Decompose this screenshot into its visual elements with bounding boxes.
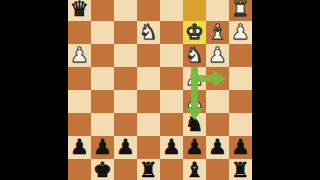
square-h5[interactable] (68, 90, 91, 113)
square-c6[interactable]: ♞ (183, 113, 206, 136)
piece-white-knight[interactable]: ♞ (185, 44, 204, 67)
square-f6[interactable] (114, 113, 137, 136)
square-d4[interactable] (160, 67, 183, 90)
square-a7[interactable]: ♟ (229, 136, 252, 159)
square-b4[interactable] (206, 67, 229, 90)
piece-black-king[interactable]: ♚ (93, 159, 112, 180)
square-c4[interactable]: ♟ (183, 67, 206, 90)
square-a2[interactable]: ♟ (229, 21, 252, 44)
square-e4[interactable] (137, 67, 160, 90)
square-h4[interactable] (68, 67, 91, 90)
square-g6[interactable] (91, 113, 114, 136)
piece-white-pawn[interactable]: ♟ (185, 90, 204, 113)
square-c1[interactable] (183, 0, 206, 21)
piece-black-pawn[interactable]: ♟ (208, 136, 227, 159)
square-g7[interactable]: ♟ (91, 136, 114, 159)
square-b3[interactable]: ♟ (206, 44, 229, 67)
square-b7[interactable]: ♟ (206, 136, 229, 159)
piece-white-king[interactable]: ♚ (185, 21, 204, 44)
piece-white-pawn[interactable]: ♟ (208, 44, 227, 67)
square-d8[interactable] (160, 159, 183, 180)
square-h7[interactable]: ♟ (68, 136, 91, 159)
square-h2[interactable] (68, 21, 91, 44)
square-c2[interactable]: ♚ (183, 21, 206, 44)
square-b5[interactable] (206, 90, 229, 113)
square-g8[interactable]: ♚ (91, 159, 114, 180)
square-h1[interactable]: ♛ (68, 0, 91, 21)
square-b2[interactable]: ♝ (206, 21, 229, 44)
square-f3[interactable] (114, 44, 137, 67)
square-e7[interactable] (137, 136, 160, 159)
video-frame: ♛♜♞♚♝♟♟♞♟♟♟♞♟♟♟♟♟♟♟♚♜♝♜ (0, 0, 320, 180)
piece-black-pawn[interactable]: ♟ (70, 136, 89, 159)
square-c8[interactable]: ♝ (183, 159, 206, 180)
square-g3[interactable] (91, 44, 114, 67)
square-c7[interactable]: ♟ (183, 136, 206, 159)
square-a5[interactable] (229, 90, 252, 113)
square-f4[interactable] (114, 67, 137, 90)
piece-black-bishop[interactable]: ♝ (185, 159, 204, 180)
chess-board: ♛♜♞♚♝♟♟♞♟♟♟♞♟♟♟♟♟♟♟♚♜♝♜ (68, 0, 252, 180)
piece-black-pawn[interactable]: ♟ (231, 136, 250, 159)
piece-white-rook[interactable]: ♜ (231, 0, 250, 21)
square-d6[interactable] (160, 113, 183, 136)
square-f1[interactable] (114, 0, 137, 21)
square-a4[interactable] (229, 67, 252, 90)
square-g4[interactable] (91, 67, 114, 90)
square-e1[interactable] (137, 0, 160, 21)
square-f2[interactable] (114, 21, 137, 44)
piece-black-knight[interactable]: ♞ (185, 113, 204, 136)
square-e6[interactable] (137, 113, 160, 136)
square-a8[interactable]: ♜ (229, 159, 252, 180)
square-g5[interactable] (91, 90, 114, 113)
piece-white-pawn[interactable]: ♟ (185, 67, 204, 90)
piece-black-pawn[interactable]: ♟ (93, 136, 112, 159)
square-d2[interactable] (160, 21, 183, 44)
piece-black-rook[interactable]: ♜ (231, 159, 250, 180)
square-d3[interactable] (160, 44, 183, 67)
piece-white-bishop[interactable]: ♝ (208, 21, 227, 44)
piece-white-pawn[interactable]: ♟ (70, 44, 89, 67)
piece-white-pawn[interactable]: ♟ (231, 21, 250, 44)
square-d7[interactable]: ♟ (160, 136, 183, 159)
square-a3[interactable] (229, 44, 252, 67)
piece-black-queen[interactable]: ♛ (70, 0, 89, 21)
piece-black-pawn[interactable]: ♟ (185, 136, 204, 159)
square-f5[interactable] (114, 90, 137, 113)
square-c3[interactable]: ♞ (183, 44, 206, 67)
piece-white-knight[interactable]: ♞ (139, 21, 158, 44)
piece-black-pawn[interactable]: ♟ (162, 136, 181, 159)
square-a6[interactable] (229, 113, 252, 136)
square-h6[interactable] (68, 113, 91, 136)
square-b1[interactable] (206, 0, 229, 21)
square-d1[interactable] (160, 0, 183, 21)
square-h3[interactable]: ♟ (68, 44, 91, 67)
square-f7[interactable]: ♟ (114, 136, 137, 159)
square-e5[interactable] (137, 90, 160, 113)
square-c5[interactable]: ♟ (183, 90, 206, 113)
square-e8[interactable]: ♜ (137, 159, 160, 180)
square-e3[interactable] (137, 44, 160, 67)
square-a1[interactable]: ♜ (229, 0, 252, 21)
square-g2[interactable] (91, 21, 114, 44)
square-b6[interactable] (206, 113, 229, 136)
piece-black-rook[interactable]: ♜ (139, 159, 158, 180)
square-b8[interactable] (206, 159, 229, 180)
square-e2[interactable]: ♞ (137, 21, 160, 44)
square-f8[interactable] (114, 159, 137, 180)
piece-black-pawn[interactable]: ♟ (116, 136, 135, 159)
square-d5[interactable] (160, 90, 183, 113)
square-h8[interactable] (68, 159, 91, 180)
square-g1[interactable] (91, 0, 114, 21)
